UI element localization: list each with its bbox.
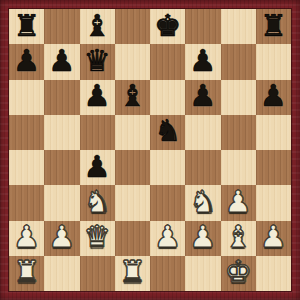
square-a6[interactable] — [9, 80, 44, 115]
piece-white-knight[interactable]: ♞ — [84, 187, 111, 217]
piece-white-pawn[interactable]: ♟ — [260, 222, 287, 252]
square-g6[interactable] — [221, 80, 256, 115]
piece-black-pawn[interactable]: ♟ — [84, 81, 111, 111]
square-f7[interactable]: ♟ — [185, 44, 220, 79]
square-b2[interactable]: ♟ — [44, 221, 79, 256]
piece-black-pawn[interactable]: ♟ — [260, 81, 287, 111]
piece-black-bishop[interactable]: ♝ — [119, 81, 146, 111]
piece-white-knight[interactable]: ♞ — [189, 187, 216, 217]
square-c8[interactable]: ♝ — [80, 9, 115, 44]
piece-black-rook[interactable]: ♜ — [260, 11, 287, 41]
square-a8[interactable]: ♜ — [9, 9, 44, 44]
square-f8[interactable] — [185, 9, 220, 44]
piece-black-bishop[interactable]: ♝ — [84, 11, 111, 41]
square-d6[interactable]: ♝ — [115, 80, 150, 115]
square-d7[interactable] — [115, 44, 150, 79]
square-c5[interactable] — [80, 115, 115, 150]
square-e4[interactable] — [150, 150, 185, 185]
piece-white-pawn[interactable]: ♟ — [48, 222, 75, 252]
square-e1[interactable] — [150, 256, 185, 291]
square-b5[interactable] — [44, 115, 79, 150]
square-e5[interactable]: ♞ — [150, 115, 185, 150]
square-h8[interactable]: ♜ — [256, 9, 291, 44]
square-e7[interactable] — [150, 44, 185, 79]
square-e6[interactable] — [150, 80, 185, 115]
square-b1[interactable] — [44, 256, 79, 291]
piece-white-queen[interactable]: ♛ — [84, 222, 111, 252]
chess-board: ♜♝♚♜♟♟♛♟♟♝♟♟♞♟♞♞♟♟♟♛♟♟♝♟♜♜♚ — [9, 9, 291, 291]
square-b7[interactable]: ♟ — [44, 44, 79, 79]
square-g7[interactable] — [221, 44, 256, 79]
square-h4[interactable] — [256, 150, 291, 185]
square-d1[interactable]: ♜ — [115, 256, 150, 291]
square-h3[interactable] — [256, 185, 291, 220]
square-g5[interactable] — [221, 115, 256, 150]
square-c3[interactable]: ♞ — [80, 185, 115, 220]
piece-black-queen[interactable]: ♛ — [84, 46, 111, 76]
square-g2[interactable]: ♝ — [221, 221, 256, 256]
square-g8[interactable] — [221, 9, 256, 44]
piece-black-knight[interactable]: ♞ — [154, 116, 181, 146]
square-b3[interactable] — [44, 185, 79, 220]
piece-white-pawn[interactable]: ♟ — [13, 222, 40, 252]
square-e8[interactable]: ♚ — [150, 9, 185, 44]
piece-white-king[interactable]: ♚ — [225, 257, 252, 287]
square-c6[interactable]: ♟ — [80, 80, 115, 115]
piece-black-pawn[interactable]: ♟ — [13, 46, 40, 76]
square-f5[interactable] — [185, 115, 220, 150]
board-frame: ♜♝♚♜♟♟♛♟♟♝♟♟♞♟♞♞♟♟♟♛♟♟♝♟♜♜♚ — [0, 0, 300, 300]
piece-black-rook[interactable]: ♜ — [13, 11, 40, 41]
square-h7[interactable] — [256, 44, 291, 79]
square-d8[interactable] — [115, 9, 150, 44]
square-h1[interactable] — [256, 256, 291, 291]
piece-white-bishop[interactable]: ♝ — [225, 222, 252, 252]
square-a5[interactable] — [9, 115, 44, 150]
square-c4[interactable]: ♟ — [80, 150, 115, 185]
square-f4[interactable] — [185, 150, 220, 185]
piece-black-pawn[interactable]: ♟ — [189, 46, 216, 76]
square-c7[interactable]: ♛ — [80, 44, 115, 79]
square-e3[interactable] — [150, 185, 185, 220]
piece-black-pawn[interactable]: ♟ — [48, 46, 75, 76]
piece-white-rook[interactable]: ♜ — [119, 257, 146, 287]
square-c2[interactable]: ♛ — [80, 221, 115, 256]
square-a2[interactable]: ♟ — [9, 221, 44, 256]
square-g1[interactable]: ♚ — [221, 256, 256, 291]
square-a3[interactable] — [9, 185, 44, 220]
square-b4[interactable] — [44, 150, 79, 185]
square-f6[interactable]: ♟ — [185, 80, 220, 115]
square-h5[interactable] — [256, 115, 291, 150]
square-f3[interactable]: ♞ — [185, 185, 220, 220]
square-g3[interactable]: ♟ — [221, 185, 256, 220]
piece-white-pawn[interactable]: ♟ — [189, 222, 216, 252]
square-c1[interactable] — [80, 256, 115, 291]
square-h6[interactable]: ♟ — [256, 80, 291, 115]
piece-white-rook[interactable]: ♜ — [13, 257, 40, 287]
piece-black-king[interactable]: ♚ — [154, 11, 181, 41]
square-e2[interactable]: ♟ — [150, 221, 185, 256]
square-f2[interactable]: ♟ — [185, 221, 220, 256]
piece-black-pawn[interactable]: ♟ — [84, 152, 111, 182]
piece-white-pawn[interactable]: ♟ — [154, 222, 181, 252]
square-d4[interactable] — [115, 150, 150, 185]
square-h2[interactable]: ♟ — [256, 221, 291, 256]
square-f1[interactable] — [185, 256, 220, 291]
square-a4[interactable] — [9, 150, 44, 185]
square-d2[interactable] — [115, 221, 150, 256]
piece-black-pawn[interactable]: ♟ — [189, 81, 216, 111]
square-b6[interactable] — [44, 80, 79, 115]
square-b8[interactable] — [44, 9, 79, 44]
square-a1[interactable]: ♜ — [9, 256, 44, 291]
square-g4[interactable] — [221, 150, 256, 185]
square-d5[interactable] — [115, 115, 150, 150]
piece-white-pawn[interactable]: ♟ — [225, 187, 252, 217]
square-a7[interactable]: ♟ — [9, 44, 44, 79]
square-d3[interactable] — [115, 185, 150, 220]
